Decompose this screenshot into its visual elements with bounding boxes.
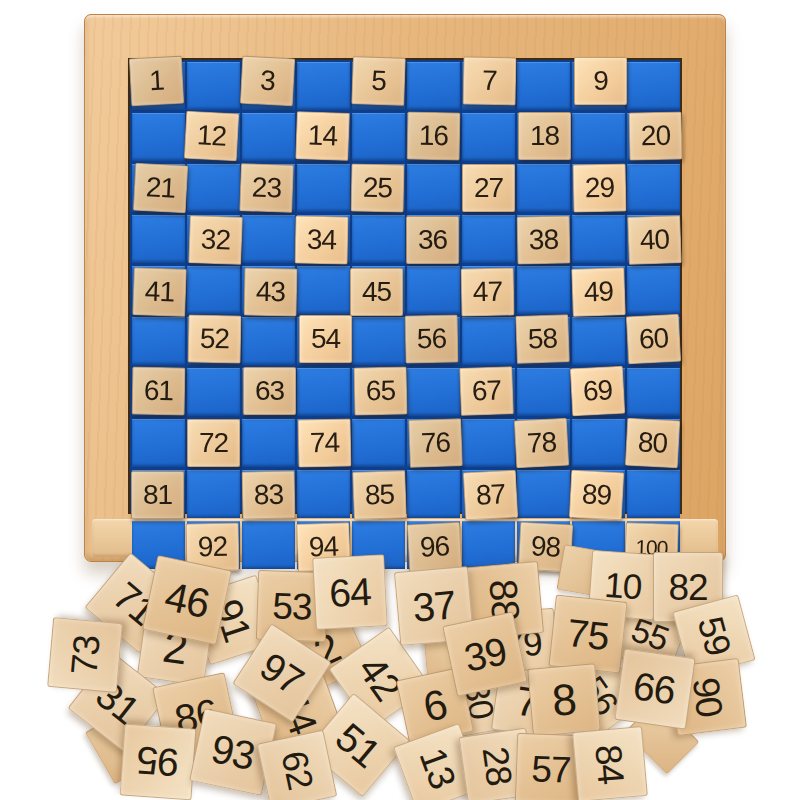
loose-tile[interactable]: 95	[120, 724, 197, 800]
loose-tile[interactable]: 73	[47, 617, 123, 693]
loose-tile[interactable]: 64	[312, 554, 388, 630]
loose-tile[interactable]: 75	[548, 594, 627, 673]
loose-tile[interactable]: 84	[572, 726, 648, 800]
loose-tile[interactable]: 46	[142, 555, 232, 645]
loose-tile[interactable]: 8	[527, 663, 601, 737]
loose-tile[interactable]: 99	[614, 648, 695, 729]
loose-tile[interactable]: 62	[257, 730, 338, 800]
loose-tile[interactable]: 39	[442, 611, 527, 696]
scene: 1357912141618202123252729323436384041434…	[0, 0, 800, 800]
loose-tile-pile: 7146912536437881082755955397997242318695…	[0, 0, 800, 800]
